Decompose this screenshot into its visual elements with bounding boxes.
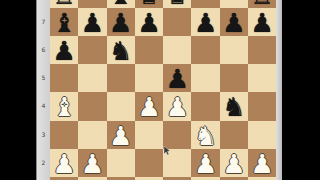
square-c8[interactable]: ♝ xyxy=(107,0,135,8)
piece-white-pawn: ♟ xyxy=(109,122,132,150)
rank-label-2: 2 xyxy=(37,160,50,166)
piece-white-rook: ♜ xyxy=(194,178,217,180)
square-c1[interactable]: ♝ xyxy=(107,177,135,180)
square-f3[interactable]: ♞ xyxy=(191,121,219,149)
square-a7[interactable]: ♝ xyxy=(50,8,78,36)
square-d4[interactable]: ♟ xyxy=(135,92,163,120)
square-e4[interactable]: ♟ xyxy=(163,92,191,120)
square-h8[interactable]: ♜ xyxy=(248,0,276,8)
square-g1[interactable]: ♚ xyxy=(220,177,248,180)
mouse-cursor-icon xyxy=(163,146,171,156)
rank-label-strip: 87654321 xyxy=(36,0,50,180)
square-e3[interactable] xyxy=(163,121,191,149)
square-b6[interactable] xyxy=(78,36,106,64)
square-h5[interactable] xyxy=(248,64,276,92)
square-e5[interactable]: ♟ xyxy=(163,64,191,92)
square-b5[interactable] xyxy=(78,64,106,92)
piece-white-bishop: ♝ xyxy=(109,178,132,180)
rank-label-5: 5 xyxy=(37,75,50,81)
square-d8[interactable]: ♛ xyxy=(135,0,163,8)
square-g2[interactable]: ♟ xyxy=(220,149,248,177)
square-a2[interactable]: ♟ xyxy=(50,149,78,177)
piece-white-bishop: ♝ xyxy=(52,93,75,121)
square-d3[interactable] xyxy=(135,121,163,149)
square-f8[interactable] xyxy=(191,0,219,8)
piece-black-pawn: ♟ xyxy=(52,37,75,65)
square-g6[interactable] xyxy=(220,36,248,64)
square-e1[interactable] xyxy=(163,177,191,180)
square-h4[interactable] xyxy=(248,92,276,120)
square-e7[interactable] xyxy=(163,8,191,36)
square-g3[interactable] xyxy=(220,121,248,149)
square-f4[interactable] xyxy=(191,92,219,120)
rank-label-6: 6 xyxy=(37,47,50,53)
square-a1[interactable]: ♜ xyxy=(50,177,78,180)
square-c4[interactable] xyxy=(107,92,135,120)
square-c7[interactable]: ♟ xyxy=(107,8,135,36)
square-c6[interactable]: ♞ xyxy=(107,36,135,64)
square-h6[interactable] xyxy=(248,36,276,64)
rank-label-3: 3 xyxy=(37,132,50,138)
square-e8[interactable]: ♚ xyxy=(163,0,191,8)
piece-white-king: ♚ xyxy=(222,178,245,180)
square-f6[interactable] xyxy=(191,36,219,64)
piece-black-pawn: ♟ xyxy=(222,9,245,37)
square-a5[interactable] xyxy=(50,64,78,92)
chess-app-screen: 87654321 ♜♝♛♚♜♝♟♟♟♟♟♟♟♞♟♝♟♟♞♟♞♟♟♟♟♟♜♞♝♛♜… xyxy=(0,0,320,180)
square-a8[interactable]: ♜ xyxy=(50,0,78,8)
square-h7[interactable]: ♟ xyxy=(248,8,276,36)
piece-white-queen: ♛ xyxy=(137,178,160,180)
rank-label-7: 7 xyxy=(37,19,50,25)
square-f2[interactable]: ♟ xyxy=(191,149,219,177)
square-h2[interactable]: ♟ xyxy=(248,149,276,177)
square-d7[interactable]: ♟ xyxy=(135,8,163,36)
piece-white-knight: ♞ xyxy=(81,178,104,180)
piece-white-pawn: ♟ xyxy=(222,150,245,178)
square-h1[interactable] xyxy=(248,177,276,180)
piece-white-pawn: ♟ xyxy=(137,93,160,121)
square-g8[interactable] xyxy=(220,0,248,8)
rank-label-4: 4 xyxy=(37,103,50,109)
piece-white-knight: ♞ xyxy=(194,122,217,150)
piece-black-pawn: ♟ xyxy=(109,9,132,37)
square-c5[interactable] xyxy=(107,64,135,92)
square-e6[interactable] xyxy=(163,36,191,64)
window-edge xyxy=(276,0,282,180)
square-g5[interactable] xyxy=(220,64,248,92)
piece-black-pawn: ♟ xyxy=(137,9,160,37)
square-b2[interactable]: ♟ xyxy=(78,149,106,177)
square-c2[interactable] xyxy=(107,149,135,177)
square-a6[interactable]: ♟ xyxy=(50,36,78,64)
square-b1[interactable]: ♞ xyxy=(78,177,106,180)
square-d5[interactable] xyxy=(135,64,163,92)
square-c3[interactable]: ♟ xyxy=(107,121,135,149)
square-a4[interactable]: ♝ xyxy=(50,92,78,120)
square-d6[interactable] xyxy=(135,36,163,64)
piece-black-knight: ♞ xyxy=(222,93,245,121)
piece-black-pawn: ♟ xyxy=(81,9,104,37)
square-d1[interactable]: ♛ xyxy=(135,177,163,180)
square-a3[interactable] xyxy=(50,121,78,149)
square-b8[interactable] xyxy=(78,0,106,8)
piece-white-pawn: ♟ xyxy=(251,150,274,178)
square-g7[interactable]: ♟ xyxy=(220,8,248,36)
piece-black-bishop: ♝ xyxy=(52,9,75,37)
square-f7[interactable]: ♟ xyxy=(191,8,219,36)
square-b4[interactable] xyxy=(78,92,106,120)
square-g4[interactable]: ♞ xyxy=(220,92,248,120)
piece-black-pawn: ♟ xyxy=(251,9,274,37)
piece-white-pawn: ♟ xyxy=(52,150,75,178)
square-b7[interactable]: ♟ xyxy=(78,8,106,36)
piece-black-knight: ♞ xyxy=(109,37,132,65)
square-b3[interactable] xyxy=(78,121,106,149)
square-f1[interactable]: ♜ xyxy=(191,177,219,180)
piece-black-pawn: ♟ xyxy=(166,65,189,93)
piece-white-pawn: ♟ xyxy=(166,93,189,121)
square-h3[interactable] xyxy=(248,121,276,149)
piece-white-rook: ♜ xyxy=(52,178,75,180)
square-d2[interactable] xyxy=(135,149,163,177)
piece-white-pawn: ♟ xyxy=(194,150,217,178)
piece-black-pawn: ♟ xyxy=(194,9,217,37)
piece-white-pawn: ♟ xyxy=(81,150,104,178)
square-f5[interactable] xyxy=(191,64,219,92)
